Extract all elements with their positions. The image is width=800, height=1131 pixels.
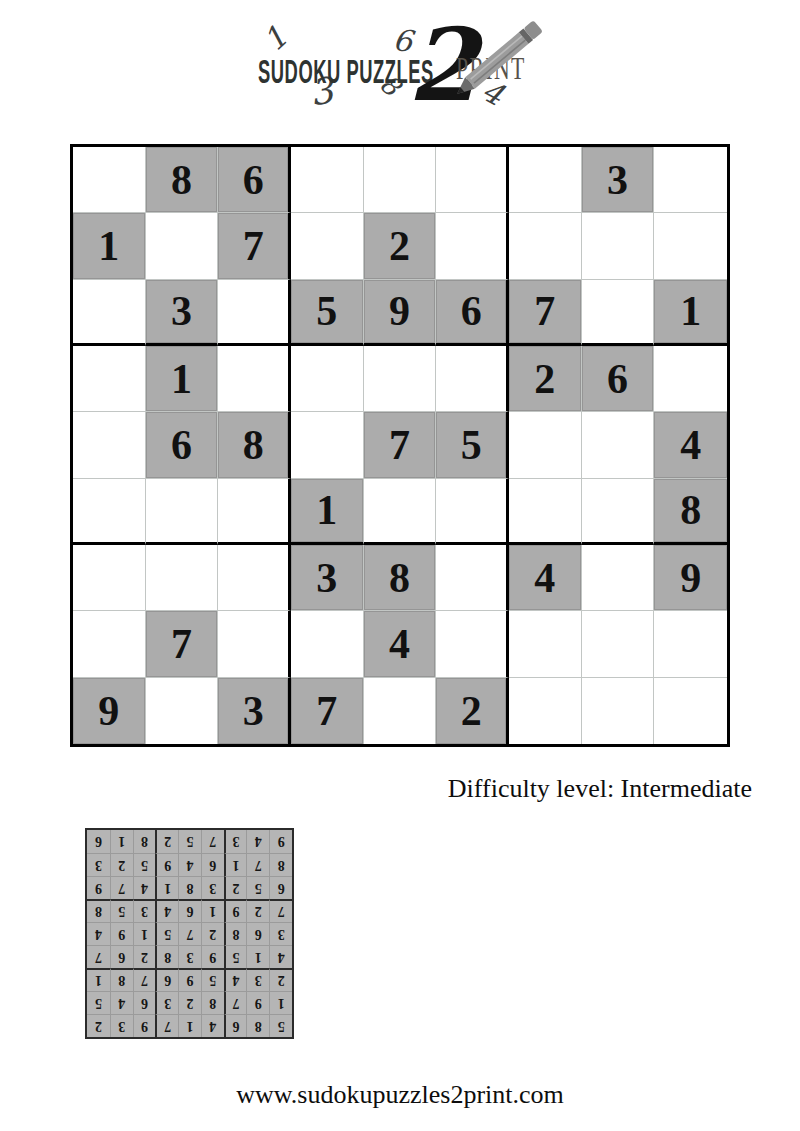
- cell-r6c8[interactable]: [582, 479, 655, 545]
- cell-r1c2: 8: [146, 147, 219, 213]
- cell-r4c4[interactable]: [291, 346, 364, 412]
- cell-r4c9[interactable]: [654, 346, 727, 412]
- cell-r2c4[interactable]: [291, 213, 364, 279]
- cell-r8c7[interactable]: [509, 611, 582, 677]
- solution-cell-r6c5: 6: [178, 899, 201, 922]
- solution-cell-r3c7: 7: [133, 968, 156, 991]
- solution-cell-r4c5: 3: [178, 945, 201, 968]
- solution-cell-r8c9: 3: [87, 853, 110, 876]
- cell-r6c7[interactable]: [509, 479, 582, 545]
- cell-r5c4[interactable]: [291, 412, 364, 478]
- cell-r8c1[interactable]: [73, 611, 146, 677]
- cell-r1c5[interactable]: [364, 147, 437, 213]
- cell-r5c5: 7: [364, 412, 437, 478]
- solution-cell-r5c2: 6: [246, 922, 269, 945]
- solution-cell-r2c7: 6: [133, 991, 156, 1014]
- solution-cell-r8c8: 2: [110, 853, 133, 876]
- solution-cell-r5c6: 5: [155, 922, 178, 945]
- difficulty-label: Difficulty level: Intermediate: [448, 774, 752, 804]
- solution-cell-r6c9: 8: [87, 899, 110, 922]
- cell-r6c9: 8: [654, 479, 727, 545]
- solution-cell-r7c5: 8: [178, 876, 201, 899]
- cell-r2c7[interactable]: [509, 213, 582, 279]
- solution-cell-r8c2: 7: [246, 853, 269, 876]
- cell-r9c9[interactable]: [654, 678, 727, 744]
- solution-cell-r5c9: 4: [87, 922, 110, 945]
- cell-r8c2: 7: [146, 611, 219, 677]
- cell-r5c7[interactable]: [509, 412, 582, 478]
- cell-r1c8: 3: [582, 147, 655, 213]
- solution-cell-r8c4: 6: [201, 853, 224, 876]
- cell-r9c7[interactable]: [509, 678, 582, 744]
- solution-cell-r5c5: 7: [178, 922, 201, 945]
- cell-r7c8[interactable]: [582, 545, 655, 611]
- solution-cell-r7c3: 2: [224, 876, 247, 899]
- cell-r5c9: 4: [654, 412, 727, 478]
- cell-r1c4[interactable]: [291, 147, 364, 213]
- cell-r1c9[interactable]: [654, 147, 727, 213]
- cell-r9c2[interactable]: [146, 678, 219, 744]
- cell-r6c3[interactable]: [218, 479, 291, 545]
- solution-cell-r3c2: 3: [246, 968, 269, 991]
- cell-r2c1: 1: [73, 213, 146, 279]
- solution-cell-r7c2: 5: [246, 876, 269, 899]
- solution-cell-r8c3: 1: [224, 853, 247, 876]
- solution-cell-r3c3: 4: [224, 968, 247, 991]
- solution-cell-r5c7: 1: [133, 922, 156, 945]
- puzzle-grid: 86317235967112668754183849749372: [70, 144, 730, 747]
- solution-cell-r3c6: 6: [155, 968, 178, 991]
- cell-r3c7: 7: [509, 280, 582, 346]
- solution-cell-r2c9: 5: [87, 991, 110, 1014]
- footer-url: www.sudokupuzzles2print.com: [0, 1080, 800, 1110]
- cell-r7c7: 4: [509, 545, 582, 611]
- cell-r5c8[interactable]: [582, 412, 655, 478]
- cell-r7c4: 3: [291, 545, 364, 611]
- cell-r7c2[interactable]: [146, 545, 219, 611]
- solution-cell-r4c3: 5: [224, 945, 247, 968]
- solution-cell-r4c2: 1: [246, 945, 269, 968]
- site-logo: 1 3 6 8 4 SUDOKU PUZZLES 2 PRINT: [240, 14, 570, 118]
- solution-cell-r1c9: 2: [87, 1014, 110, 1037]
- cell-r9c3: 3: [218, 678, 291, 744]
- solution-cell-r9c7: 8: [133, 830, 156, 853]
- solution-cell-r3c5: 9: [178, 968, 201, 991]
- solution-cell-r2c4: 8: [201, 991, 224, 1014]
- pencil-icon: [445, 14, 570, 109]
- cell-r3c4: 5: [291, 280, 364, 346]
- cell-r8c4[interactable]: [291, 611, 364, 677]
- solution-cell-r1c7: 9: [133, 1014, 156, 1037]
- solution-cell-r8c6: 9: [155, 853, 178, 876]
- solution-cell-r9c3: 3: [224, 830, 247, 853]
- solution-cell-r1c6: 7: [155, 1014, 178, 1037]
- solution-cell-r1c8: 3: [110, 1014, 133, 1037]
- solution-cell-r7c4: 3: [201, 876, 224, 899]
- cell-r6c2[interactable]: [146, 479, 219, 545]
- solution-cell-r5c4: 2: [201, 922, 224, 945]
- solution-cell-r6c6: 4: [155, 899, 178, 922]
- cell-r3c1[interactable]: [73, 280, 146, 346]
- solution-cell-r9c9: 6: [87, 830, 110, 853]
- solution-cell-r1c5: 1: [178, 1014, 201, 1037]
- cell-r3c9: 1: [654, 280, 727, 346]
- cell-r6c4: 1: [291, 479, 364, 545]
- cell-r9c6: 2: [436, 678, 509, 744]
- solution-cell-r4c4: 9: [201, 945, 224, 968]
- solution-cell-r1c3: 6: [224, 1014, 247, 1037]
- solution-cell-r5c8: 9: [110, 922, 133, 945]
- cell-r8c3[interactable]: [218, 611, 291, 677]
- cell-r2c5: 2: [364, 213, 437, 279]
- cell-r8c9[interactable]: [654, 611, 727, 677]
- solution-cell-r4c7: 2: [133, 945, 156, 968]
- solution-cell-r8c7: 5: [133, 853, 156, 876]
- cell-r3c3[interactable]: [218, 280, 291, 346]
- cell-r7c9: 9: [654, 545, 727, 611]
- cell-r8c6[interactable]: [436, 611, 509, 677]
- solution-cell-r2c5: 2: [178, 991, 201, 1014]
- solution-cell-r2c6: 3: [155, 991, 178, 1014]
- solution-cell-r4c6: 8: [155, 945, 178, 968]
- cell-r4c7: 2: [509, 346, 582, 412]
- solution-grid: 5864179321978236452345967814159382673682…: [85, 828, 294, 1039]
- solution-cell-r4c8: 6: [110, 945, 133, 968]
- cell-r4c5[interactable]: [364, 346, 437, 412]
- cell-r2c2[interactable]: [146, 213, 219, 279]
- solution-cell-r8c5: 4: [178, 853, 201, 876]
- cell-r6c5[interactable]: [364, 479, 437, 545]
- cell-r9c8[interactable]: [582, 678, 655, 744]
- solution-cell-r9c6: 2: [155, 830, 178, 853]
- cell-r9c4: 7: [291, 678, 364, 744]
- cell-r3c8[interactable]: [582, 280, 655, 346]
- solution-cell-r7c7: 4: [133, 876, 156, 899]
- solution-cell-r6c8: 5: [110, 899, 133, 922]
- cell-r7c1[interactable]: [73, 545, 146, 611]
- solution-cell-r6c3: 9: [224, 899, 247, 922]
- solution-cell-r3c8: 8: [110, 968, 133, 991]
- solution-cell-r7c8: 7: [110, 876, 133, 899]
- cell-r4c6[interactable]: [436, 346, 509, 412]
- cell-r8c8[interactable]: [582, 611, 655, 677]
- solution-cell-r5c1: 3: [269, 922, 292, 945]
- solution-cell-r6c4: 1: [201, 899, 224, 922]
- cell-r2c9[interactable]: [654, 213, 727, 279]
- cell-r5c1[interactable]: [73, 412, 146, 478]
- solution-cell-r1c4: 4: [201, 1014, 224, 1037]
- cell-r5c6: 5: [436, 412, 509, 478]
- cell-r3c5: 9: [364, 280, 437, 346]
- cell-r6c1[interactable]: [73, 479, 146, 545]
- solution-cell-r6c2: 2: [246, 899, 269, 922]
- solution-cell-r2c1: 1: [269, 991, 292, 1014]
- solution-cell-r5c3: 8: [224, 922, 247, 945]
- solution-cell-r3c9: 1: [87, 968, 110, 991]
- cell-r7c3[interactable]: [218, 545, 291, 611]
- cell-r1c1[interactable]: [73, 147, 146, 213]
- cell-r1c6[interactable]: [436, 147, 509, 213]
- cell-r4c3[interactable]: [218, 346, 291, 412]
- solution-cell-r4c1: 4: [269, 945, 292, 968]
- solution-cell-r2c8: 4: [110, 991, 133, 1014]
- cell-r9c1: 9: [73, 678, 146, 744]
- solution-cell-r6c7: 3: [133, 899, 156, 922]
- cell-r3c2: 3: [146, 280, 219, 346]
- cell-r4c2: 1: [146, 346, 219, 412]
- solution-cell-r2c3: 7: [224, 991, 247, 1014]
- solution-cell-r1c1: 5: [269, 1014, 292, 1037]
- cell-r5c3: 8: [218, 412, 291, 478]
- solution-cell-r4c9: 7: [87, 945, 110, 968]
- solution-cell-r7c1: 6: [269, 876, 292, 899]
- cell-r3c6: 6: [436, 280, 509, 346]
- solution-cell-r3c1: 2: [269, 968, 292, 991]
- solution-cell-r9c2: 4: [246, 830, 269, 853]
- cell-r4c1[interactable]: [73, 346, 146, 412]
- cell-r2c3: 7: [218, 213, 291, 279]
- solution-cell-r9c5: 5: [178, 830, 201, 853]
- cell-r1c3: 6: [218, 147, 291, 213]
- cell-r7c6[interactable]: [436, 545, 509, 611]
- solution-cell-r9c1: 9: [269, 830, 292, 853]
- cell-r1c7[interactable]: [509, 147, 582, 213]
- cell-r2c6[interactable]: [436, 213, 509, 279]
- solution-cell-r3c4: 5: [201, 968, 224, 991]
- cell-r2c8[interactable]: [582, 213, 655, 279]
- solution-cell-r9c8: 1: [110, 830, 133, 853]
- cell-r7c5: 8: [364, 545, 437, 611]
- cell-r5c2: 6: [146, 412, 219, 478]
- solution-cell-r6c1: 7: [269, 899, 292, 922]
- solution-cell-r9c4: 7: [201, 830, 224, 853]
- solution-cell-r2c2: 9: [246, 991, 269, 1014]
- solution-cell-r1c2: 8: [246, 1014, 269, 1037]
- solution-cell-r7c6: 1: [155, 876, 178, 899]
- cell-r9c5[interactable]: [364, 678, 437, 744]
- cell-r4c8: 6: [582, 346, 655, 412]
- cell-r6c6[interactable]: [436, 479, 509, 545]
- solution-cell-r7c9: 9: [87, 876, 110, 899]
- cell-r8c5: 4: [364, 611, 437, 677]
- solution-cell-r8c1: 8: [269, 853, 292, 876]
